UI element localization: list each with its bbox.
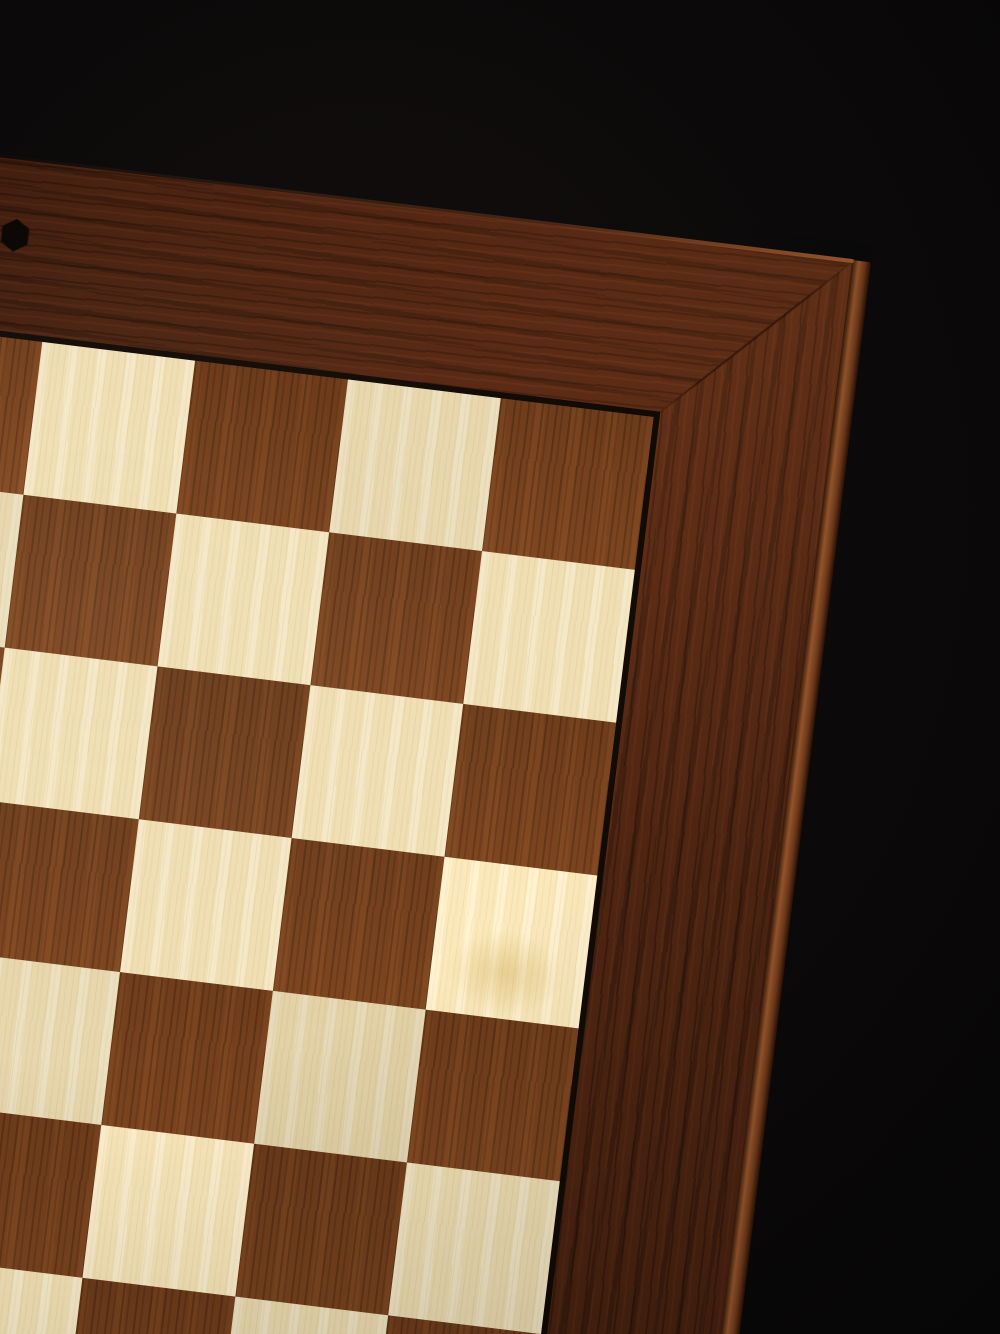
- square-g5: [273, 838, 445, 1010]
- square-g8: [329, 379, 501, 551]
- square-h5: [426, 857, 598, 1029]
- square-g7: [310, 532, 482, 704]
- square-h7: [463, 551, 635, 723]
- chess-board: [0, 68, 852, 1334]
- square-e8: [23, 342, 195, 514]
- square-h3: [388, 1162, 560, 1334]
- square-f7: [158, 514, 330, 686]
- square-g6: [292, 685, 464, 857]
- square-e5: [0, 800, 139, 972]
- square-f3: [82, 1125, 254, 1297]
- square-f5: [120, 819, 292, 991]
- squares-grid: [0, 267, 654, 1334]
- photo-background: [0, 0, 1000, 1334]
- square-h6: [444, 704, 616, 876]
- square-e6: [0, 648, 158, 820]
- square-e4: [0, 953, 120, 1125]
- square-f6: [139, 666, 311, 838]
- square-f4: [101, 972, 273, 1144]
- square-h8: [482, 398, 654, 570]
- square-f8: [176, 361, 348, 533]
- square-h4: [407, 1010, 579, 1182]
- square-g4: [254, 991, 426, 1163]
- square-e7: [5, 495, 177, 667]
- square-g3: [235, 1144, 407, 1316]
